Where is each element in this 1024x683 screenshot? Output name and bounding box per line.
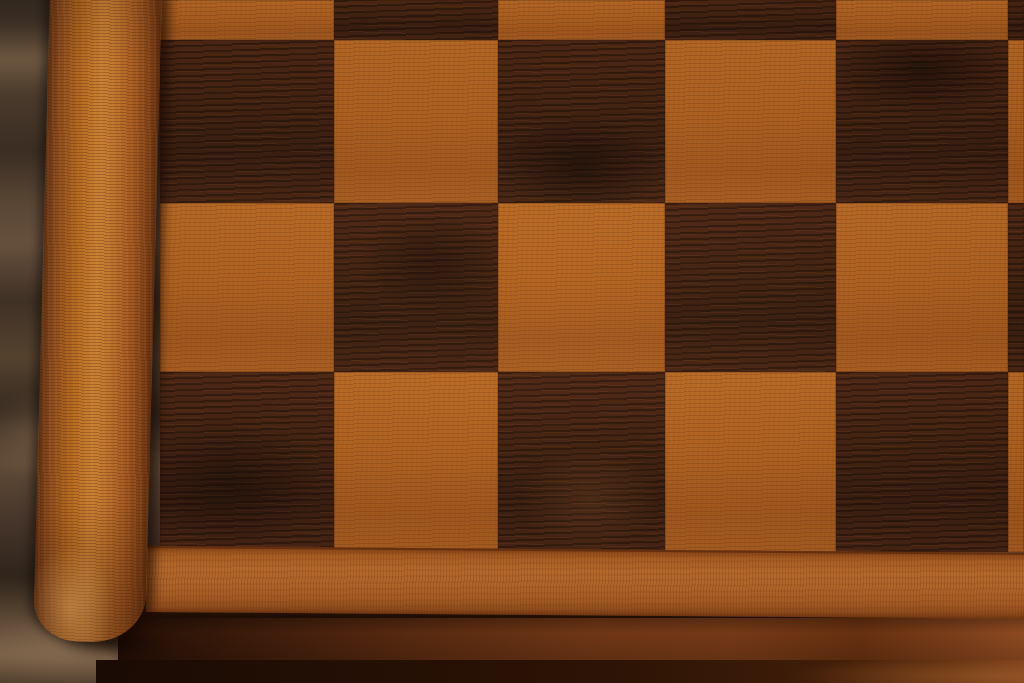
board-square bbox=[334, 40, 498, 203]
board-square bbox=[665, 203, 836, 372]
board-square bbox=[836, 203, 1008, 372]
board-square bbox=[334, 372, 498, 552]
board-square bbox=[836, 40, 1008, 203]
board-square bbox=[160, 0, 334, 40]
teak-leg-rail bbox=[33, 0, 162, 643]
board-square bbox=[160, 203, 334, 372]
board-square bbox=[1008, 203, 1024, 372]
board-grid bbox=[160, 0, 1024, 552]
board-square bbox=[160, 372, 334, 552]
board-square bbox=[665, 40, 836, 203]
board-square bbox=[665, 0, 836, 40]
board-square bbox=[160, 40, 334, 203]
board-square bbox=[334, 0, 498, 40]
board-square bbox=[836, 372, 1008, 552]
board-square bbox=[1008, 40, 1024, 203]
board-square bbox=[836, 0, 1008, 40]
lower-shelf-shadow bbox=[96, 660, 1024, 683]
board-square bbox=[334, 203, 498, 372]
board-square bbox=[498, 0, 665, 40]
photo-scene bbox=[0, 0, 1024, 683]
board-square bbox=[1008, 372, 1024, 552]
board-square bbox=[498, 203, 665, 372]
board-square bbox=[1008, 0, 1024, 40]
board-square bbox=[498, 372, 665, 552]
table-apron-edge bbox=[146, 546, 1024, 619]
board-square bbox=[498, 40, 665, 203]
board-square bbox=[665, 372, 836, 552]
